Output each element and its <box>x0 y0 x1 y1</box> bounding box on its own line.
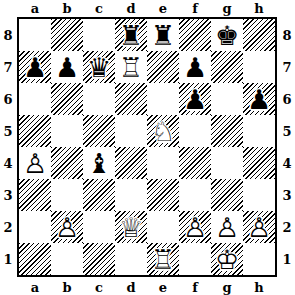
square-h5[interactable] <box>243 115 275 147</box>
rank-label-right-8: 8 <box>279 19 295 51</box>
file-label-top-d: d <box>115 0 147 16</box>
square-b1[interactable] <box>51 243 83 275</box>
white-queen-d2[interactable]: ♛♕ <box>115 211 147 243</box>
file-label-top-c: c <box>83 0 115 16</box>
rank-labels-left: 87654321 <box>0 19 16 275</box>
black-pawn-glyph: ♟ <box>179 83 211 115</box>
square-g6[interactable] <box>211 83 243 115</box>
square-a2[interactable] <box>19 211 51 243</box>
white-king-g1[interactable]: ♚♔ <box>211 243 243 275</box>
square-e8[interactable]: ♜♜ <box>147 19 179 51</box>
rank-label-right-4: 4 <box>279 147 295 179</box>
square-f5[interactable] <box>179 115 211 147</box>
white-pawn-glyph: ♙ <box>211 211 243 243</box>
file-label-top-f: f <box>179 0 211 16</box>
square-e3[interactable] <box>147 179 179 211</box>
black-pawn-f6[interactable]: ♟♟ <box>179 83 211 115</box>
square-d7[interactable]: ♜♖ <box>115 51 147 83</box>
square-g5[interactable] <box>211 115 243 147</box>
white-rook-glyph: ♖ <box>115 51 147 83</box>
white-pawn-glyph: ♙ <box>179 211 211 243</box>
file-label-bottom-c: c <box>83 279 115 295</box>
white-pawn-h2[interactable]: ♟♙ <box>243 211 275 243</box>
file-label-top-g: g <box>211 0 243 16</box>
black-rook-d8[interactable]: ♜♜ <box>115 19 147 51</box>
file-label-top-h: h <box>243 0 275 16</box>
square-b8[interactable] <box>51 19 83 51</box>
white-pawn-f2[interactable]: ♟♙ <box>179 211 211 243</box>
square-e4[interactable] <box>147 147 179 179</box>
black-queen-glyph: ♛ <box>83 51 115 83</box>
rank-label-left-5: 5 <box>0 115 16 147</box>
square-c2[interactable] <box>83 211 115 243</box>
rank-label-left-2: 2 <box>0 211 16 243</box>
white-pawn-glyph: ♙ <box>19 147 51 179</box>
square-e1[interactable]: ♜♖ <box>147 243 179 275</box>
black-rook-e8[interactable]: ♜♜ <box>147 19 179 51</box>
file-label-bottom-f: f <box>179 279 211 295</box>
square-c5[interactable] <box>83 115 115 147</box>
file-label-bottom-h: h <box>243 279 275 295</box>
square-e5[interactable]: ♞♘ <box>147 115 179 147</box>
square-d1[interactable] <box>115 243 147 275</box>
rank-label-right-6: 6 <box>279 83 295 115</box>
black-bishop-c4[interactable]: ♝♝ <box>83 147 115 179</box>
square-h3[interactable] <box>243 179 275 211</box>
rank-label-right-2: 2 <box>279 211 295 243</box>
square-b2[interactable]: ♟♙ <box>51 211 83 243</box>
square-d3[interactable] <box>115 179 147 211</box>
rank-label-right-7: 7 <box>279 51 295 83</box>
white-pawn-g2[interactable]: ♟♙ <box>211 211 243 243</box>
square-c4[interactable]: ♝♝ <box>83 147 115 179</box>
black-rook-glyph: ♜ <box>115 19 147 51</box>
rank-label-right-1: 1 <box>279 243 295 275</box>
white-queen-glyph: ♕ <box>115 211 147 243</box>
white-pawn-glyph: ♙ <box>51 211 83 243</box>
square-h7[interactable] <box>243 51 275 83</box>
square-g4[interactable] <box>211 147 243 179</box>
white-pawn-a4[interactable]: ♟♙ <box>19 147 51 179</box>
file-label-bottom-d: d <box>115 279 147 295</box>
rank-label-left-7: 7 <box>0 51 16 83</box>
board: ♜♜♜♜♚♚♟♟♟♟♛♛♜♖♟♟♟♟♟♟♞♘♟♙♝♝♟♙♛♕♟♙♟♙♟♙♜♖♚♔ <box>17 17 277 277</box>
square-c3[interactable] <box>83 179 115 211</box>
black-pawn-glyph: ♟ <box>179 51 211 83</box>
file-labels-top: abcdefgh <box>19 0 275 16</box>
file-label-bottom-b: b <box>51 279 83 295</box>
white-knight-glyph: ♘ <box>147 115 179 147</box>
square-h2[interactable]: ♟♙ <box>243 211 275 243</box>
square-g2[interactable]: ♟♙ <box>211 211 243 243</box>
square-a8[interactable] <box>19 19 51 51</box>
white-knight-e5[interactable]: ♞♘ <box>147 115 179 147</box>
rank-label-left-1: 1 <box>0 243 16 275</box>
square-b7[interactable]: ♟♟ <box>51 51 83 83</box>
rank-label-left-3: 3 <box>0 179 16 211</box>
square-a3[interactable] <box>19 179 51 211</box>
black-king-g8[interactable]: ♚♚ <box>211 19 243 51</box>
black-pawn-f7[interactable]: ♟♟ <box>179 51 211 83</box>
square-d5[interactable] <box>115 115 147 147</box>
square-h1[interactable] <box>243 243 275 275</box>
rank-label-right-5: 5 <box>279 115 295 147</box>
square-f3[interactable] <box>179 179 211 211</box>
white-rook-d7[interactable]: ♜♖ <box>115 51 147 83</box>
rank-label-right-3: 3 <box>279 179 295 211</box>
square-g1[interactable]: ♚♔ <box>211 243 243 275</box>
square-f7[interactable]: ♟♟ <box>179 51 211 83</box>
white-rook-e1[interactable]: ♜♖ <box>147 243 179 275</box>
square-e2[interactable] <box>147 211 179 243</box>
black-rook-glyph: ♜ <box>147 19 179 51</box>
black-pawn-b7[interactable]: ♟♟ <box>51 51 83 83</box>
file-label-bottom-e: e <box>147 279 179 295</box>
file-labels-bottom: abcdefgh <box>19 279 275 295</box>
file-label-top-e: e <box>147 0 179 16</box>
square-a7[interactable]: ♟♟ <box>19 51 51 83</box>
square-g8[interactable]: ♚♚ <box>211 19 243 51</box>
file-label-bottom-g: g <box>211 279 243 295</box>
square-b3[interactable] <box>51 179 83 211</box>
square-d4[interactable] <box>115 147 147 179</box>
black-king-glyph: ♚ <box>211 19 243 51</box>
white-pawn-b2[interactable]: ♟♙ <box>51 211 83 243</box>
square-d2[interactable]: ♛♕ <box>115 211 147 243</box>
square-e6[interactable] <box>147 83 179 115</box>
square-c8[interactable] <box>83 19 115 51</box>
black-pawn-glyph: ♟ <box>51 51 83 83</box>
file-label-top-a: a <box>19 0 51 16</box>
square-c6[interactable] <box>83 83 115 115</box>
black-pawn-a7[interactable]: ♟♟ <box>19 51 51 83</box>
white-rook-glyph: ♖ <box>147 243 179 275</box>
square-a5[interactable] <box>19 115 51 147</box>
black-pawn-glyph: ♟ <box>19 51 51 83</box>
square-g3[interactable] <box>211 179 243 211</box>
file-label-bottom-a: a <box>19 279 51 295</box>
square-c7[interactable]: ♛♛ <box>83 51 115 83</box>
rank-labels-right: 87654321 <box>279 19 295 275</box>
square-a1[interactable] <box>19 243 51 275</box>
black-pawn-glyph: ♟ <box>243 83 275 115</box>
square-h6[interactable]: ♟♟ <box>243 83 275 115</box>
square-b6[interactable] <box>51 83 83 115</box>
square-d8[interactable]: ♜♜ <box>115 19 147 51</box>
square-a6[interactable] <box>19 83 51 115</box>
rank-label-left-6: 6 <box>0 83 16 115</box>
white-pawn-glyph: ♙ <box>243 211 275 243</box>
black-queen-c7[interactable]: ♛♛ <box>83 51 115 83</box>
square-g7[interactable] <box>211 51 243 83</box>
square-b4[interactable] <box>51 147 83 179</box>
square-h8[interactable] <box>243 19 275 51</box>
square-h4[interactable] <box>243 147 275 179</box>
black-pawn-h6[interactable]: ♟♟ <box>243 83 275 115</box>
square-d6[interactable] <box>115 83 147 115</box>
rank-label-left-4: 4 <box>0 147 16 179</box>
black-bishop-glyph: ♝ <box>83 147 115 179</box>
square-f6[interactable]: ♟♟ <box>179 83 211 115</box>
square-c1[interactable] <box>83 243 115 275</box>
white-king-glyph: ♔ <box>211 243 243 275</box>
chess-diagram: abcdefgh 87654321 ♜♜♜♜♚♚♟♟♟♟♛♛♜♖♟♟♟♟♟♟♞♘… <box>0 0 295 295</box>
square-f4[interactable] <box>179 147 211 179</box>
rank-label-left-8: 8 <box>0 19 16 51</box>
square-e7[interactable] <box>147 51 179 83</box>
file-label-top-b: b <box>51 0 83 16</box>
square-a4[interactable]: ♟♙ <box>19 147 51 179</box>
square-f8[interactable] <box>179 19 211 51</box>
square-f2[interactable]: ♟♙ <box>179 211 211 243</box>
square-b5[interactable] <box>51 115 83 147</box>
square-f1[interactable] <box>179 243 211 275</box>
